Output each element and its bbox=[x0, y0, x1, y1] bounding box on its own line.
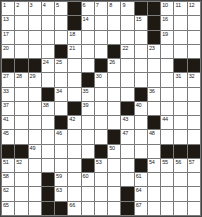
clue-number-35: 35 bbox=[83, 88, 89, 94]
black-cell-r7c4 bbox=[42, 88, 54, 101]
cell-r14c5[interactable]: 63 bbox=[55, 187, 67, 200]
cell-r7c12[interactable]: 36 bbox=[148, 88, 160, 101]
cell-r8c8[interactable] bbox=[95, 102, 107, 115]
cell-r13c9[interactable] bbox=[108, 173, 120, 186]
cell-r5c9[interactable]: 26 bbox=[108, 59, 120, 72]
cell-r12c13[interactable]: 55 bbox=[161, 159, 173, 172]
black-cell-r10c9 bbox=[108, 130, 120, 143]
clue-number-61: 61 bbox=[136, 173, 142, 179]
cell-r7c7[interactable]: 35 bbox=[82, 88, 94, 101]
cell-r12c9[interactable] bbox=[108, 159, 120, 172]
clue-number-22: 22 bbox=[122, 45, 128, 51]
cell-r13c1[interactable]: 58 bbox=[2, 173, 14, 186]
clue-number-47: 47 bbox=[122, 130, 128, 136]
clue-number-15: 15 bbox=[136, 16, 142, 22]
clue-number-6: 6 bbox=[83, 2, 86, 8]
cell-r6c6[interactable] bbox=[68, 73, 80, 86]
cell-r7c2[interactable] bbox=[15, 88, 27, 101]
cell-r4c7[interactable] bbox=[82, 45, 94, 58]
clue-number-16: 16 bbox=[162, 16, 168, 22]
cell-r9c14[interactable] bbox=[174, 116, 186, 129]
cell-r9c1[interactable]: 41 bbox=[2, 116, 14, 129]
clue-number-44: 44 bbox=[162, 116, 168, 122]
cell-r8c11[interactable]: 40 bbox=[135, 102, 147, 115]
cell-r9c10[interactable]: 43 bbox=[121, 116, 133, 129]
black-cell-r1c6 bbox=[68, 2, 80, 15]
cell-r1c8[interactable]: 7 bbox=[95, 2, 107, 15]
cell-r14c12[interactable] bbox=[148, 187, 160, 200]
cell-r3c4[interactable] bbox=[42, 31, 54, 44]
cell-r14c6[interactable] bbox=[68, 187, 80, 200]
cell-r5c11[interactable] bbox=[135, 59, 147, 72]
clue-number-56: 56 bbox=[175, 159, 181, 165]
cell-r4c15[interactable] bbox=[188, 45, 200, 58]
clue-number-28: 28 bbox=[16, 73, 22, 79]
clue-number-31: 31 bbox=[175, 73, 181, 79]
cell-r5c6[interactable] bbox=[68, 59, 80, 72]
cell-r3c2[interactable] bbox=[15, 31, 27, 44]
cell-r14c11[interactable]: 64 bbox=[135, 187, 147, 200]
clue-number-7: 7 bbox=[96, 2, 99, 8]
cell-r11c7[interactable] bbox=[82, 145, 94, 158]
cell-r9c2[interactable] bbox=[15, 116, 27, 129]
black-cell-r1c12 bbox=[148, 2, 160, 15]
cell-r6c12[interactable] bbox=[148, 73, 160, 86]
black-cell-r9c12 bbox=[148, 116, 160, 129]
cell-r2c3[interactable] bbox=[29, 16, 41, 29]
cell-r1c15[interactable]: 12 bbox=[188, 2, 200, 15]
cell-r9c15[interactable] bbox=[188, 116, 200, 129]
clue-number-5: 5 bbox=[56, 2, 59, 8]
cell-r12c8[interactable]: 53 bbox=[95, 159, 107, 172]
clue-number-45: 45 bbox=[3, 130, 9, 136]
cell-r9c13[interactable]: 44 bbox=[161, 116, 173, 129]
cell-r11c6[interactable] bbox=[68, 145, 80, 158]
cell-r6c1[interactable]: 27 bbox=[2, 73, 14, 86]
clue-number-52: 52 bbox=[16, 159, 22, 165]
clue-number-36: 36 bbox=[149, 88, 155, 94]
cell-r14c7[interactable] bbox=[82, 187, 94, 200]
cell-r2c11[interactable]: 15 bbox=[135, 16, 147, 29]
clue-number-43: 43 bbox=[122, 116, 128, 122]
black-cell-r12c11 bbox=[135, 159, 147, 172]
clue-number-27: 27 bbox=[3, 73, 9, 79]
cell-r3c9[interactable] bbox=[108, 31, 120, 44]
cell-r10c10[interactable]: 47 bbox=[121, 130, 133, 143]
cell-r10c8[interactable] bbox=[95, 130, 107, 143]
cell-r2c2[interactable] bbox=[15, 16, 27, 29]
clue-number-3: 3 bbox=[30, 2, 33, 8]
cell-r4c3[interactable] bbox=[29, 45, 41, 58]
cell-r7c15[interactable] bbox=[188, 88, 200, 101]
cell-r2c7[interactable]: 14 bbox=[82, 16, 94, 29]
clue-number-67: 67 bbox=[136, 202, 142, 208]
cell-r7c14[interactable] bbox=[174, 88, 186, 101]
cell-r2c13[interactable]: 16 bbox=[161, 16, 173, 29]
cell-r1c3[interactable]: 3 bbox=[29, 2, 41, 15]
cell-r13c5[interactable]: 59 bbox=[55, 173, 67, 186]
clue-number-64: 64 bbox=[136, 187, 142, 193]
cell-r1c14[interactable]: 11 bbox=[174, 2, 186, 15]
cell-r8c15[interactable] bbox=[188, 102, 200, 115]
cell-r7c8[interactable] bbox=[95, 88, 107, 101]
cell-r4c14[interactable] bbox=[174, 45, 186, 58]
cell-r10c1[interactable]: 45 bbox=[2, 130, 14, 143]
clue-number-50: 50 bbox=[109, 145, 115, 151]
cell-r14c9[interactable] bbox=[108, 187, 120, 200]
cell-r1c10[interactable]: 9 bbox=[121, 2, 133, 15]
cell-r1c2[interactable]: 2 bbox=[15, 2, 27, 15]
cell-r7c5[interactable]: 34 bbox=[55, 88, 67, 101]
cell-r9c8[interactable] bbox=[95, 116, 107, 129]
cell-r3c14[interactable] bbox=[174, 31, 186, 44]
clue-number-53: 53 bbox=[96, 159, 102, 165]
cell-r15c6[interactable]: 66 bbox=[68, 202, 80, 215]
cell-r6c10[interactable] bbox=[121, 73, 133, 86]
clue-number-13: 13 bbox=[3, 16, 9, 22]
clue-number-38: 38 bbox=[43, 102, 49, 108]
cell-r8c12[interactable] bbox=[148, 102, 160, 115]
cell-r10c11[interactable] bbox=[135, 130, 147, 143]
black-cell-r9c5 bbox=[55, 116, 67, 129]
cell-r11c12[interactable] bbox=[148, 145, 160, 158]
cell-r3c8[interactable] bbox=[95, 31, 107, 44]
clue-number-9: 9 bbox=[122, 2, 125, 8]
cell-r6c4[interactable] bbox=[42, 73, 54, 86]
cell-r14c13[interactable] bbox=[161, 187, 173, 200]
cell-r15c7[interactable] bbox=[82, 202, 94, 215]
cell-r7c6[interactable] bbox=[68, 88, 80, 101]
clue-number-34: 34 bbox=[56, 88, 62, 94]
clue-number-66: 66 bbox=[69, 202, 75, 208]
clue-number-18: 18 bbox=[69, 31, 75, 37]
clue-number-20: 20 bbox=[3, 45, 9, 51]
black-cell-r14c10 bbox=[121, 187, 133, 200]
black-cell-r1c11 bbox=[135, 2, 147, 15]
black-cell-r11c8 bbox=[95, 145, 107, 158]
cell-r11c3[interactable]: 49 bbox=[29, 145, 41, 158]
black-cell-r2c12 bbox=[148, 16, 160, 29]
cell-r4c11[interactable] bbox=[135, 45, 147, 58]
black-cell-r5c8 bbox=[95, 59, 107, 72]
cell-r10c2[interactable] bbox=[15, 130, 27, 143]
cell-r15c3[interactable] bbox=[29, 202, 41, 215]
cell-r3c7[interactable] bbox=[82, 31, 94, 44]
cell-r11c5[interactable] bbox=[55, 145, 67, 158]
clue-number-24: 24 bbox=[43, 59, 49, 65]
cell-r2c15[interactable] bbox=[188, 16, 200, 29]
cell-r5c13[interactable] bbox=[161, 59, 173, 72]
cell-r2c10[interactable] bbox=[121, 16, 133, 29]
cell-r9c6[interactable]: 42 bbox=[68, 116, 80, 129]
cell-r6c13[interactable] bbox=[161, 73, 173, 86]
black-cell-r8c10 bbox=[121, 102, 133, 115]
clue-number-60: 60 bbox=[83, 173, 89, 179]
cell-r13c12[interactable] bbox=[148, 173, 160, 186]
cell-r6c5[interactable] bbox=[55, 73, 67, 86]
crossword-grid: 1234567891011121314151617181920212223242… bbox=[0, 0, 202, 217]
cell-r9c3[interactable] bbox=[29, 116, 41, 129]
black-cell-r4c9 bbox=[108, 45, 120, 58]
clue-number-40: 40 bbox=[136, 102, 142, 108]
cell-r4c10[interactable]: 22 bbox=[121, 45, 133, 58]
cell-r10c4[interactable] bbox=[42, 130, 54, 143]
clue-number-25: 25 bbox=[56, 59, 62, 65]
clue-number-8: 8 bbox=[109, 2, 112, 8]
cell-r12c2[interactable]: 52 bbox=[15, 159, 27, 172]
black-cell-r5c14 bbox=[174, 59, 186, 72]
cell-r3c13[interactable]: 19 bbox=[161, 31, 173, 44]
cell-r11c10[interactable] bbox=[121, 145, 133, 158]
cell-r2c9[interactable] bbox=[108, 16, 120, 29]
clue-number-51: 51 bbox=[3, 159, 9, 165]
cell-r3c10[interactable] bbox=[121, 31, 133, 44]
cell-r12c15[interactable]: 57 bbox=[188, 159, 200, 172]
cell-r14c8[interactable] bbox=[95, 187, 107, 200]
cell-r4c13[interactable] bbox=[161, 45, 173, 58]
cell-r15c8[interactable] bbox=[95, 202, 107, 215]
clue-number-33: 33 bbox=[3, 88, 9, 94]
clue-number-54: 54 bbox=[149, 159, 155, 165]
cell-r13c11[interactable]: 61 bbox=[135, 173, 147, 186]
cell-r15c14[interactable] bbox=[174, 202, 186, 215]
clue-number-39: 39 bbox=[83, 102, 89, 108]
cell-r8c7[interactable]: 39 bbox=[82, 102, 94, 115]
clue-number-10: 10 bbox=[162, 2, 168, 8]
clue-number-17: 17 bbox=[3, 31, 9, 37]
cell-r13c14[interactable] bbox=[174, 173, 186, 186]
cell-r11c9[interactable]: 50 bbox=[108, 145, 120, 158]
cell-r10c3[interactable] bbox=[29, 130, 41, 143]
cell-r13c15[interactable] bbox=[188, 173, 200, 186]
cell-r9c11[interactable] bbox=[135, 116, 147, 129]
cell-r15c9[interactable] bbox=[108, 202, 120, 215]
cell-r12c3[interactable] bbox=[29, 159, 41, 172]
cell-r6c14[interactable]: 31 bbox=[174, 73, 186, 86]
cell-r15c1[interactable]: 65 bbox=[2, 202, 14, 215]
cell-r8c13[interactable] bbox=[161, 102, 173, 115]
clue-number-23: 23 bbox=[149, 45, 155, 51]
clue-number-19: 19 bbox=[162, 31, 168, 37]
cell-r6c2[interactable]: 28 bbox=[15, 73, 27, 86]
cell-r3c1[interactable]: 17 bbox=[2, 31, 14, 44]
cell-r13c10[interactable] bbox=[121, 173, 133, 186]
cell-r13c7[interactable]: 60 bbox=[82, 173, 94, 186]
cell-r5c10[interactable] bbox=[121, 59, 133, 72]
cell-r14c15[interactable] bbox=[188, 187, 200, 200]
clue-number-2: 2 bbox=[16, 2, 19, 8]
cell-r6c9[interactable] bbox=[108, 73, 120, 86]
cell-r5c12[interactable] bbox=[148, 59, 160, 72]
cell-r8c2[interactable] bbox=[15, 102, 27, 115]
cell-r4c2[interactable] bbox=[15, 45, 27, 58]
clue-number-30: 30 bbox=[96, 73, 102, 79]
cell-r10c12[interactable]: 48 bbox=[148, 130, 160, 143]
cell-r8c4[interactable]: 38 bbox=[42, 102, 54, 115]
black-cell-r2c6 bbox=[68, 16, 80, 29]
cell-r12c10[interactable] bbox=[121, 159, 133, 172]
cell-r4c6[interactable]: 21 bbox=[68, 45, 80, 58]
cell-r8c14[interactable] bbox=[174, 102, 186, 115]
black-cell-r8c6 bbox=[68, 102, 80, 115]
cell-r15c12[interactable] bbox=[148, 202, 160, 215]
cell-r2c14[interactable] bbox=[174, 16, 186, 29]
cell-r12c12[interactable]: 54 bbox=[148, 159, 160, 172]
cell-r4c8[interactable] bbox=[95, 45, 107, 58]
clue-number-57: 57 bbox=[189, 159, 195, 165]
black-cell-r5c15 bbox=[188, 59, 200, 72]
cell-r13c2[interactable] bbox=[15, 173, 27, 186]
black-cell-r15c4 bbox=[42, 202, 54, 215]
cell-r3c5[interactable] bbox=[55, 31, 67, 44]
clue-number-42: 42 bbox=[69, 116, 75, 122]
black-cell-r11c14 bbox=[174, 145, 186, 158]
cell-r12c14[interactable]: 56 bbox=[174, 159, 186, 172]
clue-number-63: 63 bbox=[56, 187, 62, 193]
clue-number-12: 12 bbox=[189, 2, 195, 8]
cell-r6c3[interactable]: 29 bbox=[29, 73, 41, 86]
cell-r12c1[interactable]: 51 bbox=[2, 159, 14, 172]
cell-r3c15[interactable] bbox=[188, 31, 200, 44]
clue-number-32: 32 bbox=[189, 73, 195, 79]
black-cell-r4c5 bbox=[55, 45, 67, 58]
cell-r7c13[interactable] bbox=[161, 88, 173, 101]
black-cell-r7c11 bbox=[135, 88, 147, 101]
clue-number-37: 37 bbox=[3, 102, 9, 108]
clue-number-11: 11 bbox=[175, 2, 180, 8]
cell-r11c11[interactable] bbox=[135, 145, 147, 158]
cell-r12c4[interactable] bbox=[42, 159, 54, 172]
clue-number-49: 49 bbox=[30, 145, 36, 151]
black-cell-r5c2 bbox=[15, 59, 27, 72]
cell-r14c1[interactable]: 62 bbox=[2, 187, 14, 200]
cell-r3c6[interactable]: 18 bbox=[68, 31, 80, 44]
black-cell-r14c4 bbox=[42, 187, 54, 200]
clue-number-65: 65 bbox=[3, 202, 9, 208]
cell-r2c4[interactable] bbox=[42, 16, 54, 29]
cell-r15c2[interactable] bbox=[15, 202, 27, 215]
black-cell-r11c15 bbox=[188, 145, 200, 158]
cell-r10c13[interactable] bbox=[161, 130, 173, 143]
cell-r1c9[interactable]: 8 bbox=[108, 2, 120, 15]
cell-r14c2[interactable] bbox=[15, 187, 27, 200]
clue-number-14: 14 bbox=[83, 16, 89, 22]
cell-r5c4[interactable]: 24 bbox=[42, 59, 54, 72]
cell-r7c1[interactable]: 33 bbox=[2, 88, 14, 101]
cell-r13c8[interactable] bbox=[95, 173, 107, 186]
cell-r9c7[interactable] bbox=[82, 116, 94, 129]
cell-r1c1[interactable]: 1 bbox=[2, 2, 14, 15]
cell-r4c4[interactable] bbox=[42, 45, 54, 58]
cell-r3c3[interactable] bbox=[29, 31, 41, 44]
cell-r10c5[interactable]: 46 bbox=[55, 130, 67, 143]
cell-r14c3[interactable] bbox=[29, 187, 41, 200]
clue-number-26: 26 bbox=[109, 59, 115, 65]
clue-number-21: 21 bbox=[69, 45, 75, 51]
cell-r8c1[interactable]: 37 bbox=[2, 102, 14, 115]
cell-r7c9[interactable] bbox=[108, 88, 120, 101]
cell-r11c4[interactable] bbox=[42, 145, 54, 158]
cell-r2c8[interactable] bbox=[95, 16, 107, 29]
black-cell-r11c13 bbox=[161, 145, 173, 158]
cell-r13c6[interactable] bbox=[68, 173, 80, 186]
black-cell-r12c7 bbox=[82, 159, 94, 172]
clue-number-29: 29 bbox=[30, 73, 36, 79]
black-cell-r5c3 bbox=[29, 59, 41, 72]
cell-r1c4[interactable]: 4 bbox=[42, 2, 54, 15]
black-cell-r11c2 bbox=[15, 145, 27, 158]
cell-r8c5[interactable] bbox=[55, 102, 67, 115]
cell-r15c11[interactable]: 67 bbox=[135, 202, 147, 215]
cell-r1c7[interactable]: 6 bbox=[82, 2, 94, 15]
cell-r12c5[interactable] bbox=[55, 159, 67, 172]
black-cell-r13c4 bbox=[42, 173, 54, 186]
cell-r2c5[interactable] bbox=[55, 16, 67, 29]
black-cell-r3c12 bbox=[148, 31, 160, 44]
cell-r1c5[interactable]: 5 bbox=[55, 2, 67, 15]
cell-r9c4[interactable] bbox=[42, 116, 54, 129]
cell-r6c8[interactable]: 30 bbox=[95, 73, 107, 86]
cell-r5c5[interactable]: 25 bbox=[55, 59, 67, 72]
cell-r10c15[interactable] bbox=[188, 130, 200, 143]
cell-r13c3[interactable] bbox=[29, 173, 41, 186]
cell-r1c13[interactable]: 10 bbox=[161, 2, 173, 15]
cell-r14c14[interactable] bbox=[174, 187, 186, 200]
clue-number-62: 62 bbox=[3, 187, 9, 193]
clue-number-59: 59 bbox=[56, 173, 62, 179]
cell-r2c1[interactable]: 13 bbox=[2, 16, 14, 29]
clue-number-58: 58 bbox=[3, 173, 9, 179]
cell-r10c7[interactable] bbox=[82, 130, 94, 143]
cell-r8c3[interactable] bbox=[29, 102, 41, 115]
clue-number-46: 46 bbox=[56, 130, 62, 136]
cell-r15c15[interactable] bbox=[188, 202, 200, 215]
cell-r4c1[interactable]: 20 bbox=[2, 45, 14, 58]
clue-number-1: 1 bbox=[3, 2, 6, 8]
black-cell-r15c10 bbox=[121, 202, 133, 215]
cell-r4c12[interactable]: 23 bbox=[148, 45, 160, 58]
cell-r13c13[interactable] bbox=[161, 173, 173, 186]
cell-r5c7[interactable] bbox=[82, 59, 94, 72]
cell-r10c6[interactable] bbox=[68, 130, 80, 143]
cell-r6c15[interactable]: 32 bbox=[188, 73, 200, 86]
clue-number-41: 41 bbox=[3, 116, 9, 122]
cell-r3c11[interactable] bbox=[135, 31, 147, 44]
cell-r7c10[interactable] bbox=[121, 88, 133, 101]
black-cell-r5c1 bbox=[2, 59, 14, 72]
cell-r9c9[interactable] bbox=[108, 116, 120, 129]
clue-number-55: 55 bbox=[162, 159, 168, 165]
cell-r8c9[interactable] bbox=[108, 102, 120, 115]
black-cell-r11c1 bbox=[2, 145, 14, 158]
cell-r6c11[interactable] bbox=[135, 73, 147, 86]
clue-number-48: 48 bbox=[149, 130, 155, 136]
clue-number-4: 4 bbox=[43, 2, 46, 8]
cell-r12c6[interactable] bbox=[68, 159, 80, 172]
black-cell-r15c5 bbox=[55, 202, 67, 215]
cell-r10c14[interactable] bbox=[174, 130, 186, 143]
cell-r15c13[interactable] bbox=[161, 202, 173, 215]
cell-r7c3[interactable] bbox=[29, 88, 41, 101]
black-cell-r6c7 bbox=[82, 73, 94, 86]
